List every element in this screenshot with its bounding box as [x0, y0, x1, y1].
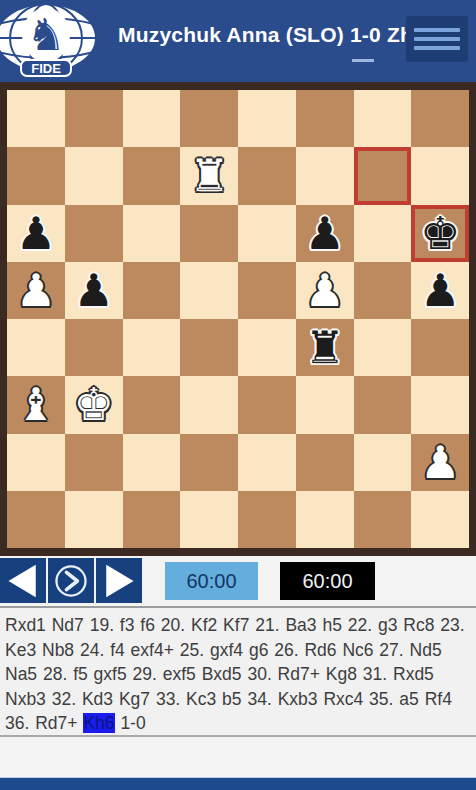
square-d4[interactable] [180, 319, 238, 376]
square-c7[interactable] [123, 147, 181, 204]
square-h7[interactable] [411, 147, 469, 204]
square-h3[interactable] [411, 376, 469, 433]
square-e8[interactable] [238, 90, 296, 147]
moves-before-highlight: Rxd1 Nd7 19. f3 f6 20. Kf2 Kf7 21. Ba3 h… [5, 615, 465, 733]
square-b1[interactable] [65, 491, 123, 548]
square-e6[interactable] [238, 205, 296, 262]
square-f6[interactable]: ♟ [296, 205, 354, 262]
bottom-system-bar [0, 777, 476, 790]
fide-logo-text: FIDE [31, 61, 61, 76]
square-f7[interactable] [296, 147, 354, 204]
square-a8[interactable] [7, 90, 65, 147]
piece-white-king: ♚ [73, 382, 113, 427]
piece-black-pawn: ♟ [16, 211, 56, 256]
square-c3[interactable] [123, 376, 181, 433]
previous-move-button[interactable] [0, 558, 46, 603]
playback-controls: 60:00 60:00 [0, 556, 476, 608]
hamburger-menu-button[interactable] [406, 16, 468, 62]
square-b4[interactable] [65, 319, 123, 376]
square-a5[interactable]: ♟ [7, 262, 65, 319]
piece-black-king: ♚ [420, 211, 460, 256]
piece-white-bishop: ♝ [16, 382, 56, 427]
square-d1[interactable] [180, 491, 238, 548]
square-e5[interactable] [238, 262, 296, 319]
app-header: ♞ FIDE Muzychuk Anna (SLO) 1-0 Zhu... [0, 0, 476, 82]
piece-white-rook: ♜ [189, 153, 229, 198]
square-c8[interactable] [123, 90, 181, 147]
square-g2[interactable] [354, 434, 412, 491]
hamburger-icon [414, 28, 460, 32]
square-b2[interactable] [65, 434, 123, 491]
square-h2[interactable]: ♟ [411, 434, 469, 491]
square-a2[interactable] [7, 434, 65, 491]
play-circle-icon [51, 561, 91, 601]
piece-white-pawn: ♟ [304, 268, 344, 313]
square-c5[interactable] [123, 262, 181, 319]
piece-black-pawn: ♟ [420, 268, 460, 313]
square-f3[interactable] [296, 376, 354, 433]
move-list[interactable]: Rxd1 Nd7 19. f3 f6 20. Kf2 Kf7 21. Ba3 h… [0, 608, 476, 737]
piece-black-pawn: ♟ [73, 268, 113, 313]
square-g5[interactable] [354, 262, 412, 319]
square-b6[interactable] [65, 205, 123, 262]
square-d6[interactable] [180, 205, 238, 262]
fide-logo-icon: ♞ FIDE [0, 2, 104, 80]
square-h8[interactable] [411, 90, 469, 147]
square-e3[interactable] [238, 376, 296, 433]
square-f5[interactable]: ♟ [296, 262, 354, 319]
square-b5[interactable]: ♟ [65, 262, 123, 319]
square-c6[interactable] [123, 205, 181, 262]
square-f2[interactable] [296, 434, 354, 491]
square-c2[interactable] [123, 434, 181, 491]
square-a6[interactable]: ♟ [7, 205, 65, 262]
square-h6[interactable]: ♚ [411, 205, 469, 262]
square-g4[interactable] [354, 319, 412, 376]
square-b7[interactable] [65, 147, 123, 204]
square-e7[interactable] [238, 147, 296, 204]
square-d8[interactable] [180, 90, 238, 147]
square-c1[interactable] [123, 491, 181, 548]
square-d7[interactable]: ♜ [180, 147, 238, 204]
square-d3[interactable] [180, 376, 238, 433]
square-h4[interactable] [411, 319, 469, 376]
bottom-spacer [0, 737, 476, 777]
square-h5[interactable]: ♟ [411, 262, 469, 319]
square-b3[interactable]: ♚ [65, 376, 123, 433]
piece-black-rook: ♜ [304, 325, 344, 370]
white-clock: 60:00 [165, 562, 258, 600]
square-d2[interactable] [180, 434, 238, 491]
square-g3[interactable] [354, 376, 412, 433]
square-f4[interactable]: ♜ [296, 319, 354, 376]
square-e2[interactable] [238, 434, 296, 491]
chess-board: ♜♟♟♚♟♟♟♟♜♝♚♟ [0, 82, 476, 556]
square-a7[interactable] [7, 147, 65, 204]
next-move-button[interactable] [96, 558, 142, 603]
piece-black-pawn: ♟ [304, 211, 344, 256]
square-a1[interactable] [7, 491, 65, 548]
square-b8[interactable] [65, 90, 123, 147]
square-e1[interactable] [238, 491, 296, 548]
square-h1[interactable] [411, 491, 469, 548]
autoplay-button[interactable] [48, 558, 94, 603]
square-g8[interactable] [354, 90, 412, 147]
moves-after-highlight: 1-0 [115, 713, 146, 733]
square-d5[interactable] [180, 262, 238, 319]
title-underscore [352, 59, 374, 62]
piece-white-pawn: ♟ [16, 268, 56, 313]
square-g1[interactable] [354, 491, 412, 548]
square-g7[interactable] [354, 147, 412, 204]
left-triangle-icon [3, 561, 43, 601]
square-a4[interactable] [7, 319, 65, 376]
black-clock: 60:00 [280, 562, 375, 600]
svg-text:♞: ♞ [26, 9, 65, 60]
square-f1[interactable] [296, 491, 354, 548]
piece-white-pawn: ♟ [420, 440, 460, 485]
square-e4[interactable] [238, 319, 296, 376]
square-c4[interactable] [123, 319, 181, 376]
square-a3[interactable]: ♝ [7, 376, 65, 433]
square-f8[interactable] [296, 90, 354, 147]
game-title: Muzychuk Anna (SLO) 1-0 Zhu... [118, 0, 444, 70]
highlighted-move[interactable]: Kh6 [83, 713, 114, 733]
nav-buttons [0, 558, 142, 603]
square-g6[interactable] [354, 205, 412, 262]
right-triangle-icon [99, 561, 139, 601]
